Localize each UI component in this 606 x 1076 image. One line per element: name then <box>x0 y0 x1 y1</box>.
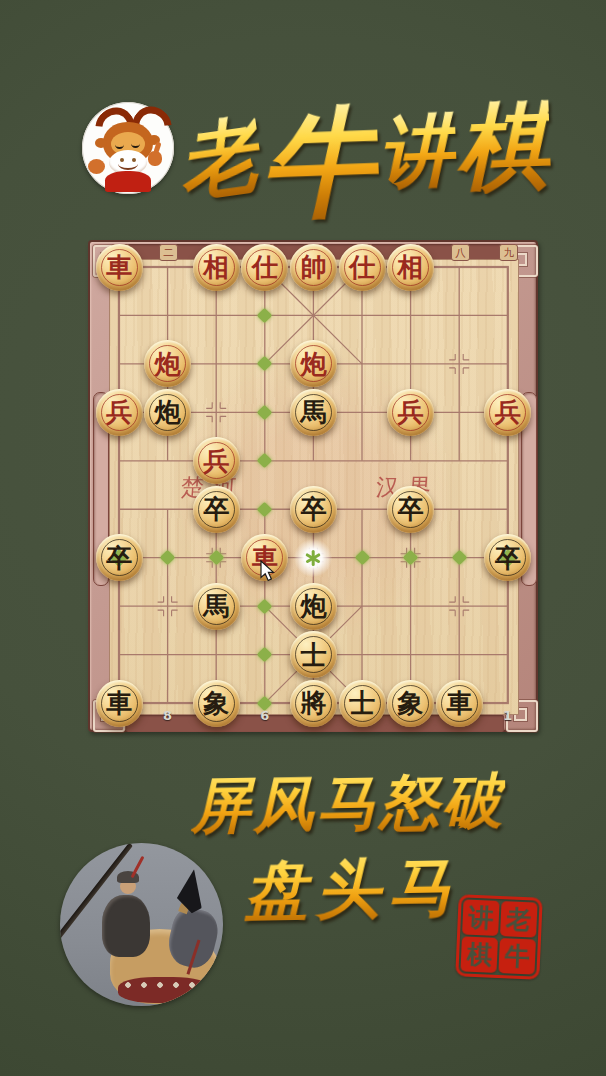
piece-glyph: 象 <box>203 690 229 716</box>
ox-eye-left <box>115 140 124 149</box>
piece-black-士[interactable]: 士 <box>290 631 337 678</box>
piece-glyph: 車 <box>106 254 132 280</box>
piece-black-象[interactable]: 象 <box>387 680 434 727</box>
piece-red-相[interactable]: 相 <box>387 244 434 291</box>
top-file-label: 八 <box>451 244 470 261</box>
ox-hand-thumbsup <box>148 151 162 166</box>
thumbnail-stage: 老牛讲棋 楚河 汉界 一二三四五六七八九 987654321 車相仕帥仕相炮炮兵… <box>0 0 606 1076</box>
piece-glyph: 卒 <box>495 545 521 571</box>
rider-armor <box>102 895 150 957</box>
title-char: 老 <box>173 112 266 205</box>
mouse-cursor <box>260 560 275 582</box>
title-char: 棋 <box>454 98 551 195</box>
general-on-horseback-photo <box>60 843 223 1006</box>
piece-red-兵[interactable]: 兵 <box>387 389 434 436</box>
bottom-file-label: 8 <box>163 708 172 723</box>
piece-glyph: 炮 <box>300 593 326 619</box>
piece-glyph: 相 <box>398 254 424 280</box>
piece-red-兵[interactable]: 兵 <box>96 389 143 436</box>
piece-glyph: 兵 <box>398 399 424 425</box>
seal-char: 讲 <box>468 905 494 931</box>
piece-red-仕[interactable]: 仕 <box>241 244 288 291</box>
piece-black-卒[interactable]: 卒 <box>96 534 143 581</box>
piece-black-炮[interactable]: 炮 <box>290 583 337 630</box>
piece-glyph: 卒 <box>203 496 229 522</box>
piece-black-象[interactable]: 象 <box>193 680 240 727</box>
piece-glyph: 車 <box>446 690 472 716</box>
piece-glyph: 卒 <box>106 545 132 571</box>
piece-black-車[interactable]: 車 <box>436 680 483 727</box>
saddle-blanket <box>118 977 210 1003</box>
bottom-file-label: 6 <box>260 708 269 723</box>
piece-black-將[interactable]: 將 <box>290 680 337 727</box>
piece-glyph: 炮 <box>155 399 181 425</box>
seal-cell: 棋 <box>460 936 497 973</box>
piece-glyph: 兵 <box>106 399 132 425</box>
seal-char: 棋 <box>466 942 492 968</box>
piece-glyph: 將 <box>300 690 326 716</box>
seal-cell: 牛 <box>498 938 535 975</box>
seal-cell: 老 <box>500 901 537 938</box>
xiangqi-board[interactable]: 楚河 汉界 一二三四五六七八九 987654321 車相仕帥仕相炮炮兵炮馬兵兵兵… <box>88 240 538 732</box>
title-char: 讲 <box>377 111 458 192</box>
ox-eye-right <box>131 139 140 148</box>
bottom-file-label: 1 <box>503 708 512 723</box>
piece-glyph: 卒 <box>300 496 326 522</box>
ox-smile <box>118 158 138 170</box>
piece-glyph: 馬 <box>300 399 326 425</box>
seal-char: 牛 <box>504 943 530 969</box>
caption-line2: 盘头马 <box>243 844 460 935</box>
piece-glyph: 士 <box>349 690 375 716</box>
channel-title: 老牛讲棋 <box>176 80 552 223</box>
piece-black-車[interactable]: 車 <box>96 680 143 727</box>
seal-char: 老 <box>506 906 532 932</box>
piece-red-仕[interactable]: 仕 <box>339 244 386 291</box>
piece-red-車[interactable]: 車 <box>96 244 143 291</box>
piece-glyph: 車 <box>106 690 132 716</box>
piece-red-兵[interactable]: 兵 <box>484 389 531 436</box>
piece-glyph: 卒 <box>398 496 424 522</box>
piece-glyph: 馬 <box>203 593 229 619</box>
ox-red-shirt <box>105 171 151 192</box>
red-seal-stamp: 讲老棋牛 <box>455 894 542 980</box>
piece-glyph: 兵 <box>495 399 521 425</box>
piece-glyph: 象 <box>398 690 424 716</box>
piece-glyph: 炮 <box>155 351 181 377</box>
piece-glyph: 相 <box>203 254 229 280</box>
caption-line1: 屏风马怒破 <box>190 761 506 847</box>
piece-black-士[interactable]: 士 <box>339 680 386 727</box>
piece-black-卒[interactable]: 卒 <box>193 486 240 533</box>
piece-red-兵[interactable]: 兵 <box>193 437 240 484</box>
top-file-label: 二 <box>159 244 178 261</box>
piece-black-馬[interactable]: 馬 <box>290 389 337 436</box>
piece-glyph: 仕 <box>349 254 375 280</box>
ox-ear-left <box>95 138 107 148</box>
piece-glyph: 帥 <box>300 254 326 280</box>
seal-cell: 讲 <box>462 899 499 936</box>
piece-black-卒[interactable]: 卒 <box>387 486 434 533</box>
top-file-label: 九 <box>499 244 518 261</box>
piece-red-帥[interactable]: 帥 <box>290 244 337 291</box>
hover-target-marker[interactable] <box>293 538 333 578</box>
title-char: 牛 <box>258 102 380 224</box>
ox-hand-left <box>88 159 105 174</box>
piece-black-馬[interactable]: 馬 <box>193 583 240 630</box>
piece-glyph: 炮 <box>300 351 326 377</box>
piece-glyph: 兵 <box>203 448 229 474</box>
ox-mascot-logo <box>82 102 174 194</box>
piece-black-炮[interactable]: 炮 <box>144 389 191 436</box>
piece-glyph: 士 <box>300 642 326 668</box>
piece-red-相[interactable]: 相 <box>193 244 240 291</box>
piece-glyph: 仕 <box>252 254 278 280</box>
piece-red-炮[interactable]: 炮 <box>290 340 337 387</box>
piece-black-卒[interactable]: 卒 <box>290 486 337 533</box>
